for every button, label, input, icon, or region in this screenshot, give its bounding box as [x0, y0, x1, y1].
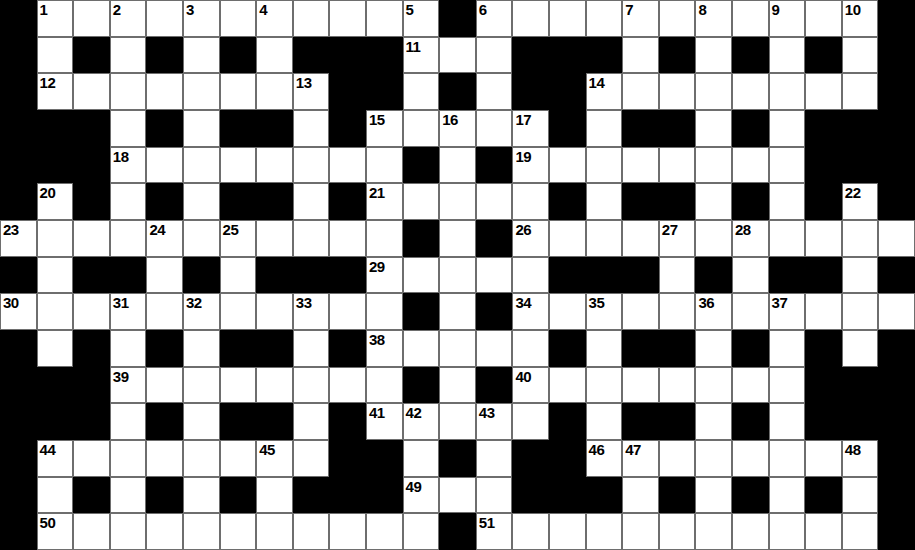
clue-number: 21 [369, 184, 385, 201]
black-cell [842, 147, 879, 184]
white-cell[interactable]: 9 [769, 0, 806, 37]
black-cell [220, 110, 257, 147]
white-cell[interactable] [183, 110, 220, 147]
white-cell[interactable]: 19 [512, 147, 549, 184]
white-cell[interactable] [622, 367, 659, 404]
white-cell[interactable] [842, 293, 879, 330]
white-cell[interactable] [622, 37, 659, 74]
white-cell[interactable]: 14 [586, 73, 623, 110]
white-cell[interactable]: 2 [110, 0, 147, 37]
clue-number: 42 [406, 404, 422, 421]
white-cell[interactable] [37, 477, 74, 514]
black-cell [73, 37, 110, 74]
white-cell[interactable] [586, 403, 623, 440]
white-cell[interactable] [73, 220, 110, 257]
black-cell [805, 110, 842, 147]
white-cell[interactable] [220, 257, 257, 294]
white-cell[interactable] [256, 477, 293, 514]
white-cell[interactable] [220, 147, 257, 184]
white-cell[interactable]: 20 [37, 183, 74, 220]
white-cell[interactable] [586, 367, 623, 404]
white-cell[interactable] [183, 220, 220, 257]
white-cell[interactable] [439, 220, 476, 257]
white-cell[interactable] [622, 513, 659, 550]
white-cell[interactable]: 16 [439, 110, 476, 147]
white-cell[interactable] [732, 73, 769, 110]
white-cell[interactable] [73, 293, 110, 330]
white-cell[interactable] [439, 330, 476, 367]
white-cell[interactable] [73, 440, 110, 477]
white-cell[interactable] [183, 477, 220, 514]
white-cell[interactable] [695, 477, 732, 514]
white-cell[interactable] [549, 367, 586, 404]
black-cell [73, 367, 110, 404]
white-cell[interactable] [146, 293, 183, 330]
white-cell[interactable] [73, 73, 110, 110]
white-cell[interactable] [183, 73, 220, 110]
white-cell[interactable] [183, 403, 220, 440]
white-cell[interactable] [329, 0, 366, 37]
white-cell[interactable] [586, 513, 623, 550]
white-cell[interactable] [183, 183, 220, 220]
black-cell [256, 330, 293, 367]
white-cell[interactable] [805, 73, 842, 110]
black-cell [586, 257, 623, 294]
white-cell[interactable] [220, 0, 257, 37]
white-cell[interactable] [622, 293, 659, 330]
white-cell[interactable] [476, 37, 513, 74]
black-cell [0, 367, 37, 404]
white-cell[interactable] [183, 440, 220, 477]
white-cell[interactable]: 27 [659, 220, 696, 257]
clue-number: 43 [479, 404, 495, 421]
white-cell[interactable] [476, 183, 513, 220]
white-cell[interactable] [659, 513, 696, 550]
white-cell[interactable] [769, 330, 806, 367]
white-cell[interactable] [110, 37, 147, 74]
white-cell[interactable]: 38 [366, 330, 403, 367]
black-cell [329, 257, 366, 294]
white-cell[interactable] [732, 0, 769, 37]
white-cell[interactable] [256, 147, 293, 184]
white-cell[interactable] [256, 513, 293, 550]
clue-number: 17 [515, 111, 531, 128]
clue-number: 4 [259, 1, 267, 18]
white-cell[interactable] [110, 330, 147, 367]
white-cell[interactable] [476, 477, 513, 514]
white-cell[interactable] [695, 110, 732, 147]
black-cell [549, 477, 586, 514]
white-cell[interactable] [439, 183, 476, 220]
black-cell [878, 440, 915, 477]
clue-number: 18 [113, 148, 129, 165]
white-cell[interactable] [805, 293, 842, 330]
white-cell[interactable]: 12 [37, 73, 74, 110]
white-cell[interactable]: 36 [695, 293, 732, 330]
white-cell[interactable] [805, 513, 842, 550]
white-cell[interactable] [476, 257, 513, 294]
white-cell[interactable] [439, 257, 476, 294]
white-cell[interactable] [366, 293, 403, 330]
clue-number: 7 [625, 1, 633, 18]
white-cell[interactable] [549, 0, 586, 37]
white-cell[interactable]: 44 [37, 440, 74, 477]
white-cell[interactable] [695, 37, 732, 74]
clue-number: 29 [369, 258, 385, 275]
white-cell[interactable] [769, 73, 806, 110]
white-cell[interactable] [293, 147, 330, 184]
white-cell[interactable] [403, 513, 440, 550]
white-cell[interactable] [146, 440, 183, 477]
white-cell[interactable] [659, 147, 696, 184]
white-cell[interactable] [805, 0, 842, 37]
white-cell[interactable] [622, 73, 659, 110]
white-cell[interactable] [805, 440, 842, 477]
white-cell[interactable] [37, 330, 74, 367]
white-cell[interactable]: 3 [183, 0, 220, 37]
white-cell[interactable] [769, 367, 806, 404]
white-cell[interactable] [732, 293, 769, 330]
white-cell[interactable]: 5 [403, 0, 440, 37]
white-cell[interactable] [695, 183, 732, 220]
white-cell[interactable]: 48 [842, 440, 879, 477]
white-cell[interactable] [293, 330, 330, 367]
white-cell[interactable] [512, 513, 549, 550]
white-cell[interactable] [293, 183, 330, 220]
white-cell[interactable] [293, 440, 330, 477]
white-cell[interactable] [549, 513, 586, 550]
white-cell[interactable] [37, 37, 74, 74]
white-cell[interactable] [146, 147, 183, 184]
white-cell[interactable] [293, 367, 330, 404]
white-cell[interactable]: 33 [293, 293, 330, 330]
black-cell [586, 37, 623, 74]
black-cell [0, 330, 37, 367]
white-cell[interactable]: 31 [110, 293, 147, 330]
white-cell[interactable] [403, 110, 440, 147]
white-cell[interactable]: 22 [842, 183, 879, 220]
black-cell [878, 367, 915, 404]
white-cell[interactable] [512, 330, 549, 367]
white-cell[interactable]: 6 [476, 0, 513, 37]
black-cell [878, 147, 915, 184]
white-cell[interactable] [512, 257, 549, 294]
white-cell[interactable] [476, 440, 513, 477]
black-cell [329, 183, 366, 220]
white-cell[interactable] [220, 440, 257, 477]
white-cell[interactable] [512, 0, 549, 37]
white-cell[interactable] [256, 367, 293, 404]
white-cell[interactable] [73, 0, 110, 37]
white-cell[interactable]: 26 [512, 220, 549, 257]
white-cell[interactable]: 24 [146, 220, 183, 257]
white-cell[interactable] [37, 220, 74, 257]
white-cell[interactable]: 7 [622, 0, 659, 37]
white-cell[interactable] [439, 147, 476, 184]
white-cell[interactable] [256, 73, 293, 110]
white-cell[interactable] [769, 37, 806, 74]
black-cell [878, 183, 915, 220]
black-cell [549, 183, 586, 220]
black-cell [549, 73, 586, 110]
white-cell[interactable] [293, 0, 330, 37]
white-cell[interactable]: 39 [110, 367, 147, 404]
white-cell[interactable] [769, 147, 806, 184]
white-cell[interactable] [586, 110, 623, 147]
black-cell [439, 73, 476, 110]
white-cell[interactable]: 15 [366, 110, 403, 147]
white-cell[interactable] [659, 257, 696, 294]
white-cell[interactable]: 17 [512, 110, 549, 147]
white-cell[interactable] [695, 220, 732, 257]
white-cell[interactable] [403, 73, 440, 110]
white-cell[interactable] [842, 37, 879, 74]
white-cell[interactable]: 51 [476, 513, 513, 550]
black-cell [73, 147, 110, 184]
white-cell[interactable] [293, 220, 330, 257]
white-cell[interactable]: 47 [622, 440, 659, 477]
white-cell[interactable] [329, 367, 366, 404]
black-cell [73, 110, 110, 147]
black-cell [256, 110, 293, 147]
crossword-board: 1234567891011121314151617181920212223242… [0, 0, 915, 550]
white-cell[interactable] [110, 513, 147, 550]
black-cell [0, 440, 37, 477]
white-cell[interactable] [220, 367, 257, 404]
white-cell[interactable] [110, 440, 147, 477]
white-cell[interactable] [403, 257, 440, 294]
white-cell[interactable]: 28 [732, 220, 769, 257]
white-cell[interactable] [403, 330, 440, 367]
white-cell[interactable] [256, 37, 293, 74]
white-cell[interactable]: 35 [586, 293, 623, 330]
white-cell[interactable] [220, 513, 257, 550]
white-cell[interactable] [256, 293, 293, 330]
white-cell[interactable]: 41 [366, 403, 403, 440]
white-cell[interactable] [439, 477, 476, 514]
white-cell[interactable]: 8 [695, 0, 732, 37]
white-cell[interactable] [37, 293, 74, 330]
white-cell[interactable] [146, 73, 183, 110]
white-cell[interactable]: 23 [0, 220, 37, 257]
white-cell[interactable] [37, 257, 74, 294]
white-cell[interactable]: 10 [842, 0, 879, 37]
white-cell[interactable] [659, 73, 696, 110]
clue-number: 41 [369, 404, 385, 421]
white-cell[interactable]: 50 [37, 513, 74, 550]
white-cell[interactable] [659, 440, 696, 477]
white-cell[interactable] [146, 513, 183, 550]
white-cell[interactable] [293, 403, 330, 440]
white-cell[interactable] [659, 0, 696, 37]
clue-number: 30 [3, 294, 19, 311]
white-cell[interactable]: 21 [366, 183, 403, 220]
white-cell[interactable] [73, 513, 110, 550]
white-cell[interactable] [878, 220, 915, 257]
white-cell[interactable] [439, 293, 476, 330]
white-cell[interactable] [512, 403, 549, 440]
white-cell[interactable] [586, 330, 623, 367]
white-cell[interactable] [329, 293, 366, 330]
white-cell[interactable] [732, 440, 769, 477]
white-cell[interactable] [695, 73, 732, 110]
white-cell[interactable] [146, 257, 183, 294]
white-cell[interactable] [366, 513, 403, 550]
white-cell[interactable] [403, 183, 440, 220]
white-cell[interactable] [695, 330, 732, 367]
white-cell[interactable] [110, 477, 147, 514]
white-cell[interactable] [769, 477, 806, 514]
white-cell[interactable] [622, 220, 659, 257]
white-cell[interactable] [110, 73, 147, 110]
white-cell[interactable] [622, 147, 659, 184]
clue-number: 35 [589, 294, 605, 311]
white-cell[interactable]: 29 [366, 257, 403, 294]
white-cell[interactable] [622, 477, 659, 514]
white-cell[interactable] [366, 0, 403, 37]
white-cell[interactable]: 4 [256, 0, 293, 37]
white-cell[interactable] [769, 513, 806, 550]
black-cell [329, 403, 366, 440]
white-cell[interactable] [366, 220, 403, 257]
white-cell[interactable] [586, 220, 623, 257]
white-cell[interactable] [183, 147, 220, 184]
black-cell [256, 183, 293, 220]
white-cell[interactable] [586, 147, 623, 184]
black-cell [37, 403, 74, 440]
white-cell[interactable] [366, 147, 403, 184]
white-cell[interactable] [586, 183, 623, 220]
white-cell[interactable] [329, 513, 366, 550]
white-cell[interactable] [293, 110, 330, 147]
black-cell [512, 73, 549, 110]
black-cell [659, 403, 696, 440]
clue-number: 34 [515, 294, 531, 311]
white-cell[interactable] [256, 220, 293, 257]
white-cell[interactable] [878, 293, 915, 330]
white-cell[interactable] [695, 403, 732, 440]
black-cell [403, 220, 440, 257]
white-cell[interactable] [439, 403, 476, 440]
clue-number: 12 [40, 74, 56, 91]
black-cell [842, 403, 879, 440]
white-cell[interactable]: 49 [403, 477, 440, 514]
white-cell[interactable] [146, 0, 183, 37]
white-cell[interactable]: 30 [0, 293, 37, 330]
white-cell[interactable] [549, 147, 586, 184]
white-cell[interactable] [366, 367, 403, 404]
white-cell[interactable] [732, 513, 769, 550]
clue-number: 16 [442, 111, 458, 128]
white-cell[interactable]: 34 [512, 293, 549, 330]
clue-number: 20 [40, 184, 56, 201]
white-cell[interactable] [732, 147, 769, 184]
white-cell[interactable] [403, 440, 440, 477]
black-cell [366, 37, 403, 74]
white-cell[interactable] [732, 257, 769, 294]
white-cell[interactable] [842, 73, 879, 110]
white-cell[interactable] [659, 293, 696, 330]
white-cell[interactable] [329, 220, 366, 257]
white-cell[interactable] [695, 513, 732, 550]
white-cell[interactable] [842, 330, 879, 367]
white-cell[interactable] [769, 110, 806, 147]
white-cell[interactable]: 18 [110, 147, 147, 184]
white-cell[interactable] [183, 513, 220, 550]
white-cell[interactable] [220, 293, 257, 330]
white-cell[interactable]: 46 [586, 440, 623, 477]
white-cell[interactable] [439, 367, 476, 404]
black-cell [73, 330, 110, 367]
white-cell[interactable]: 45 [256, 440, 293, 477]
white-cell[interactable]: 13 [293, 73, 330, 110]
white-cell[interactable] [183, 330, 220, 367]
white-cell[interactable] [146, 367, 183, 404]
white-cell[interactable] [695, 367, 732, 404]
white-cell[interactable] [659, 367, 696, 404]
white-cell[interactable] [293, 513, 330, 550]
white-cell[interactable] [842, 477, 879, 514]
white-cell[interactable] [549, 220, 586, 257]
black-cell [256, 257, 293, 294]
black-cell [586, 477, 623, 514]
white-cell[interactable] [842, 257, 879, 294]
white-cell[interactable] [110, 183, 147, 220]
white-cell[interactable]: 37 [769, 293, 806, 330]
white-cell[interactable] [110, 220, 147, 257]
white-cell[interactable] [695, 440, 732, 477]
white-cell[interactable] [329, 147, 366, 184]
black-cell [805, 403, 842, 440]
white-cell[interactable] [769, 440, 806, 477]
white-cell[interactable] [512, 183, 549, 220]
white-cell[interactable] [110, 403, 147, 440]
white-cell[interactable] [549, 293, 586, 330]
white-cell[interactable] [695, 147, 732, 184]
white-cell[interactable]: 43 [476, 403, 513, 440]
white-cell[interactable]: 1 [37, 0, 74, 37]
white-cell[interactable] [476, 73, 513, 110]
white-cell[interactable] [586, 0, 623, 37]
white-cell[interactable] [183, 367, 220, 404]
black-cell [220, 403, 257, 440]
white-cell[interactable]: 32 [183, 293, 220, 330]
clue-number: 11 [406, 38, 421, 55]
white-cell[interactable] [476, 330, 513, 367]
white-cell[interactable] [732, 367, 769, 404]
white-cell[interactable] [476, 110, 513, 147]
white-cell[interactable] [183, 37, 220, 74]
black-cell [220, 330, 257, 367]
white-cell[interactable] [842, 220, 879, 257]
black-cell [476, 147, 513, 184]
white-cell[interactable] [769, 183, 806, 220]
white-cell[interactable] [805, 220, 842, 257]
white-cell[interactable]: 11 [403, 37, 440, 74]
black-cell [37, 147, 74, 184]
white-cell[interactable]: 42 [403, 403, 440, 440]
black-cell [329, 73, 366, 110]
white-cell[interactable] [842, 513, 879, 550]
white-cell[interactable] [110, 110, 147, 147]
white-cell[interactable] [769, 403, 806, 440]
white-cell[interactable] [439, 37, 476, 74]
white-cell[interactable] [769, 220, 806, 257]
white-cell[interactable] [220, 73, 257, 110]
black-cell [110, 257, 147, 294]
white-cell[interactable]: 40 [512, 367, 549, 404]
white-cell[interactable]: 25 [220, 220, 257, 257]
